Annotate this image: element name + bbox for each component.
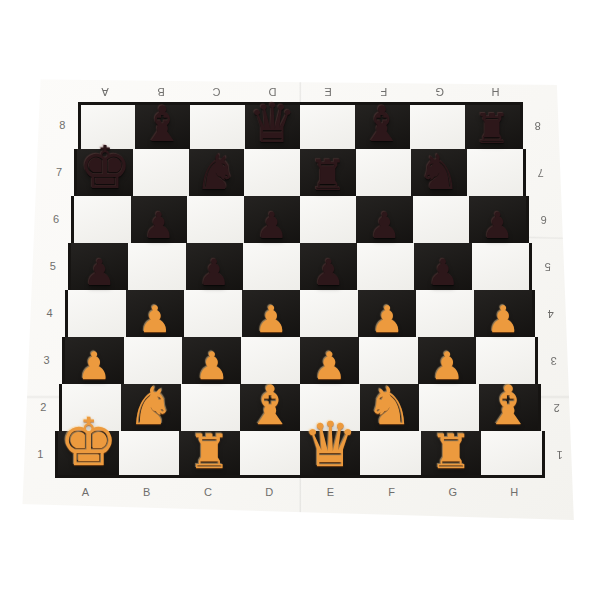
square-d7[interactable]	[244, 149, 300, 196]
square-a1[interactable]: ♚	[58, 431, 118, 475]
square-g3[interactable]: ♟	[418, 337, 477, 384]
square-c6[interactable]	[187, 196, 243, 243]
square-c1[interactable]: ♜	[179, 431, 239, 475]
file-label-bottom-b: B	[143, 487, 151, 498]
rank-label-right-2: 2	[553, 402, 560, 413]
piece-orange-pawn-e3[interactable]: ♟	[312, 348, 346, 384]
piece-brown-pawn-h6[interactable]: ♟	[481, 209, 513, 243]
square-b6[interactable]: ♟	[131, 196, 187, 243]
square-f6[interactable]: ♟	[356, 196, 412, 243]
square-b2[interactable]: ♞	[121, 384, 181, 431]
piece-orange-knight-f2[interactable]: ♞	[366, 382, 413, 431]
piece-brown-rook-h8[interactable]: ♜	[474, 110, 511, 149]
file-label-top-b: B	[157, 86, 165, 97]
rank-label-right-6: 6	[540, 214, 547, 225]
piece-brown-bishop-b8[interactable]: ♝	[141, 102, 185, 149]
square-d2[interactable]: ♝	[240, 384, 300, 431]
piece-brown-pawn-b6[interactable]: ♟	[143, 209, 175, 243]
square-g7[interactable]: ♞	[411, 149, 467, 196]
piece-orange-pawn-c3[interactable]: ♟	[195, 348, 229, 384]
square-h6[interactable]: ♟	[469, 196, 525, 243]
file-label-top-g: G	[435, 86, 444, 97]
square-g5[interactable]: ♟	[414, 243, 471, 290]
piece-brown-pawn-f6[interactable]: ♟	[369, 209, 401, 243]
rank-label-left-2: 2	[40, 402, 47, 413]
piece-brown-pawn-c5[interactable]: ♟	[198, 256, 230, 290]
rank-label-left-7: 7	[56, 167, 63, 178]
square-h2[interactable]: ♝	[479, 384, 539, 431]
chess-board: ABCDEFGH 8♝♛♝♜87♚♞♜♞76♟♟♟♟65♟♟♟♟54♟♟♟♟43…	[0, 78, 600, 504]
piece-orange-pawn-h4[interactable]: ♟	[487, 302, 520, 337]
square-f5[interactable]	[357, 243, 414, 290]
file-label-bottom-f: F	[388, 487, 395, 498]
square-a5[interactable]: ♟	[71, 243, 128, 290]
square-g4[interactable]	[416, 290, 474, 337]
square-b8[interactable]: ♝	[135, 105, 190, 149]
square-a4[interactable]	[68, 290, 126, 337]
square-e1[interactable]: ♛	[300, 431, 360, 475]
square-d6[interactable]: ♟	[244, 196, 300, 243]
square-f7[interactable]	[356, 149, 412, 196]
rank-label-left-4: 4	[47, 308, 54, 319]
piece-brown-pawn-g5[interactable]: ♟	[427, 256, 459, 290]
square-f4[interactable]: ♟	[358, 290, 416, 337]
square-a6[interactable]	[74, 196, 130, 243]
piece-brown-pawn-d6[interactable]: ♟	[256, 209, 288, 243]
piece-brown-rook-e7[interactable]: ♜	[309, 156, 347, 196]
file-label-bottom-d: D	[265, 487, 273, 498]
file-label-top-e: E	[324, 86, 332, 97]
file-labels-bottom: ABCDEFGH	[55, 478, 545, 504]
square-a3[interactable]: ♟	[65, 337, 124, 384]
square-b7[interactable]	[133, 149, 189, 196]
square-g1[interactable]: ♜	[421, 431, 481, 475]
board-rows: 8♝♛♝♜87♚♞♜♞76♟♟♟♟65♟♟♟♟54♟♟♟♟43♟♟♟♟32♞♝♞…	[0, 102, 600, 478]
square-h1[interactable]	[481, 431, 541, 475]
square-e4[interactable]	[300, 290, 358, 337]
rank-label-left-3: 3	[43, 355, 50, 366]
square-b1[interactable]	[119, 431, 179, 475]
piece-orange-rook-g1[interactable]: ♜	[430, 430, 472, 475]
piece-orange-pawn-g3[interactable]: ♟	[430, 348, 464, 384]
file-label-bottom-a: A	[82, 487, 90, 498]
piece-orange-knight-b2[interactable]: ♞	[128, 382, 175, 431]
square-h4[interactable]: ♟	[474, 290, 532, 337]
square-g8[interactable]	[410, 105, 465, 149]
rank-label-left-1: 1	[37, 449, 44, 460]
square-f2[interactable]: ♞	[360, 384, 420, 431]
piece-orange-rook-c1[interactable]: ♜	[188, 430, 230, 475]
piece-brown-bishop-f8[interactable]: ♝	[360, 102, 404, 149]
rank-label-right-8: 8	[534, 120, 541, 131]
piece-orange-king-a1[interactable]: ♚	[59, 412, 118, 475]
square-c3[interactable]: ♟	[182, 337, 241, 384]
piece-brown-knight-c7[interactable]: ♞	[195, 150, 238, 196]
piece-orange-pawn-d4[interactable]: ♟	[254, 302, 287, 337]
piece-brown-knight-g7[interactable]: ♞	[418, 150, 461, 196]
piece-orange-pawn-a3[interactable]: ♟	[77, 348, 111, 384]
file-label-bottom-h: H	[510, 487, 518, 498]
file-label-top-h: H	[491, 86, 499, 97]
file-label-bottom-e: E	[327, 487, 335, 498]
square-d5[interactable]	[243, 243, 300, 290]
square-a7[interactable]: ♚	[77, 149, 133, 196]
square-f8[interactable]: ♝	[355, 105, 410, 149]
square-d1[interactable]	[240, 431, 300, 475]
piece-brown-pawn-a5[interactable]: ♟	[84, 256, 116, 290]
piece-orange-bishop-h2[interactable]: ♝	[484, 380, 532, 431]
square-e8[interactable]	[300, 105, 355, 149]
square-g6[interactable]	[413, 196, 469, 243]
piece-brown-pawn-e5[interactable]: ♟	[312, 256, 344, 290]
piece-brown-queen-d8[interactable]: ♛	[248, 98, 296, 149]
rank-label-left-6: 6	[53, 214, 60, 225]
rank-label-right-4: 4	[547, 308, 554, 319]
square-e7[interactable]: ♜	[300, 149, 356, 196]
square-b5[interactable]	[128, 243, 185, 290]
square-e5[interactable]: ♟	[300, 243, 357, 290]
square-c4[interactable]	[184, 290, 242, 337]
piece-orange-bishop-d2[interactable]: ♝	[246, 380, 294, 431]
rank-label-right-5: 5	[544, 261, 551, 272]
piece-orange-pawn-b4[interactable]: ♟	[138, 302, 171, 337]
piece-orange-pawn-f4[interactable]: ♟	[370, 302, 403, 337]
square-c5[interactable]: ♟	[186, 243, 243, 290]
file-label-bottom-c: C	[204, 487, 212, 498]
square-e3[interactable]: ♟	[300, 337, 359, 384]
square-d8[interactable]: ♛	[245, 105, 300, 149]
rank-label-right-1: 1	[556, 449, 563, 460]
square-h7[interactable]	[467, 149, 523, 196]
piece-orange-queen-e1[interactable]: ♛	[302, 416, 358, 475]
file-label-bottom-g: G	[449, 487, 458, 498]
square-h5[interactable]	[472, 243, 529, 290]
square-c8[interactable]	[190, 105, 245, 149]
square-e6[interactable]	[300, 196, 356, 243]
rank-label-left-5: 5	[50, 261, 57, 272]
rank-label-right-3: 3	[550, 355, 557, 366]
piece-brown-king-a7[interactable]: ♚	[79, 140, 132, 196]
square-d4[interactable]: ♟	[242, 290, 300, 337]
file-label-top-a: A	[101, 86, 109, 97]
rank-label-left-8: 8	[59, 120, 66, 131]
square-c7[interactable]: ♞	[189, 149, 245, 196]
file-label-top-c: C	[212, 86, 220, 97]
square-f1[interactable]	[360, 431, 420, 475]
file-label-top-f: F	[380, 86, 387, 97]
square-h8[interactable]: ♜	[465, 105, 520, 149]
rank-label-right-7: 7	[537, 167, 544, 178]
square-b4[interactable]: ♟	[126, 290, 184, 337]
